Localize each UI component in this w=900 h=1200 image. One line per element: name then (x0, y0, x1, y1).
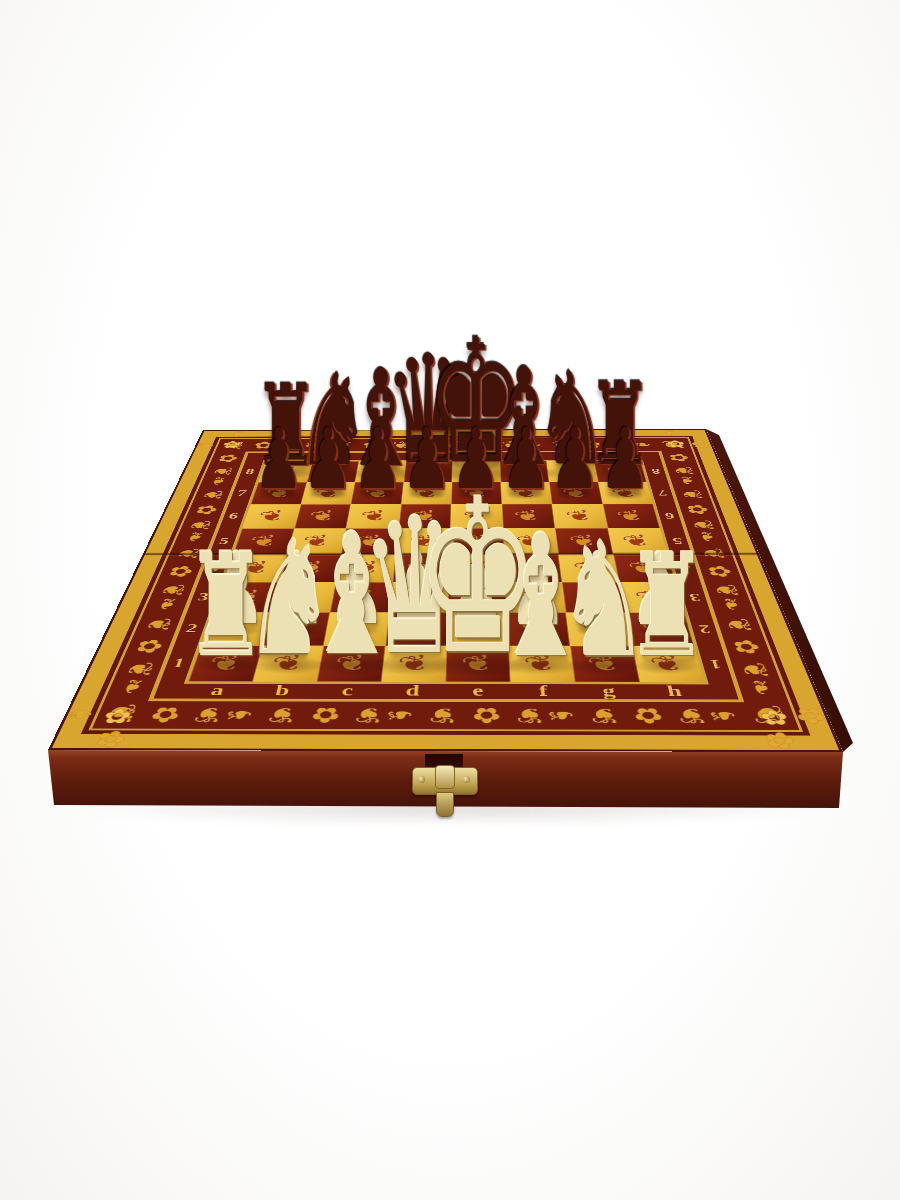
square-g2: ❦ (566, 613, 632, 646)
square-g6: ❦ (552, 504, 607, 528)
square-b5: ❦ (287, 528, 346, 554)
square-b2: ❦ (262, 612, 330, 645)
square-ornament-icon: ❦ (407, 532, 440, 550)
square-ornament-icon: ❦ (399, 617, 436, 640)
latch-tongue (436, 792, 454, 817)
square-ornament-icon: ❦ (461, 485, 492, 501)
square-ornament-icon: ❦ (333, 651, 370, 676)
square-ornament-icon: ❦ (509, 464, 540, 479)
file-label-g: g (575, 683, 643, 699)
square-ornament-icon: ❦ (625, 558, 663, 578)
square-b4: ❦ (279, 554, 341, 582)
file-label-c: c (314, 683, 381, 698)
square-ornament-icon: ❦ (646, 651, 690, 676)
square-d1: ❦ (381, 646, 447, 682)
square-a5: ❦ (233, 528, 294, 554)
chess-board-top: ❧ ❦ ✿ ❦❧ ❦ ✿ ❦❧ ❦ ✿ ❦❧ ❦ ✿ ❦❧ ❦ ✿ ❦❧ ❦ ✿… (48, 429, 843, 752)
square-e6: ❦ (450, 504, 502, 528)
square-ornament-icon: ❦ (410, 508, 441, 525)
square-c1: ❦ (317, 646, 385, 682)
square-ornament-icon: ❦ (511, 508, 544, 525)
square-a7: ❦ (251, 482, 307, 504)
square-c4: ❦ (336, 554, 396, 582)
square-ornament-icon: ❦ (459, 617, 497, 640)
corner-rosette-icon: ✿ (214, 438, 249, 450)
corner-rosette-icon: ✿ (659, 438, 693, 450)
square-f2: ❦ (507, 613, 570, 646)
square-h2: ❦ (625, 613, 694, 646)
square-e1: ❦ (445, 646, 510, 682)
square-ornament-icon: ❦ (570, 558, 607, 578)
square-e3: ❦ (448, 582, 507, 612)
square-ornament-icon: ❦ (405, 558, 439, 578)
square-b8: ❦ (307, 461, 359, 482)
square-ornament-icon: ❦ (518, 617, 557, 640)
square-g5: ❦ (555, 528, 613, 554)
square-a4: ❦ (223, 554, 287, 582)
square-ornament-icon: ❦ (320, 464, 348, 478)
square-ornament-icon: ❦ (363, 485, 392, 501)
file-label-e: e (445, 683, 511, 699)
square-ornament-icon: ❦ (367, 464, 395, 479)
square-ornament-icon: ❦ (265, 485, 293, 501)
file-label-b: b (248, 683, 316, 698)
square-ornament-icon: ❦ (350, 558, 383, 578)
square-b3: ❦ (271, 582, 336, 612)
square-f6: ❦ (502, 504, 555, 528)
square-ornament-icon: ❦ (460, 558, 495, 578)
square-ornament-icon: ❦ (619, 532, 656, 550)
square-ornament-icon: ❦ (608, 485, 642, 501)
square-ornament-icon: ❦ (460, 508, 492, 525)
square-ornament-icon: ❦ (414, 464, 443, 479)
square-a3: ❦ (213, 582, 280, 612)
square-ornament-icon: ❦ (574, 586, 613, 607)
square-d8: ❦ (403, 461, 452, 482)
latch-knob (435, 765, 455, 789)
square-h5: ❦ (607, 528, 667, 554)
square-e5: ❦ (450, 528, 504, 554)
square-g7: ❦ (549, 482, 602, 504)
scrollwork-border-top: ❧ ❦ ✿ ❦❧ ❦ ✿ ❦❧ ❦ ✿ ❦❧ ❦ ✿ ❦❧ ❦ ✿ ❦❧ ❦ ✿… (193, 438, 716, 451)
square-g1: ❦ (570, 646, 639, 682)
square-ornament-icon: ❦ (603, 464, 635, 479)
square-ornament-icon: ❦ (559, 485, 592, 501)
square-ornament-icon: ❦ (638, 617, 680, 640)
file-label-a: a (183, 683, 253, 698)
square-b1: ❦ (252, 645, 323, 681)
square-ornament-icon: ❦ (314, 485, 343, 501)
latch-screw-left (418, 776, 425, 783)
square-c7: ❦ (351, 482, 404, 504)
square-a8: ❦ (258, 461, 312, 482)
square-c8: ❦ (355, 461, 406, 482)
square-ornament-icon: ❦ (339, 617, 374, 640)
square-ornament-icon: ❦ (271, 651, 307, 676)
square-b6: ❦ (294, 504, 351, 528)
square-d6: ❦ (398, 504, 451, 528)
square-d4: ❦ (392, 554, 449, 582)
square-b7: ❦ (301, 482, 355, 504)
file-label-h: h (640, 683, 709, 699)
square-ornament-icon: ❦ (562, 508, 596, 525)
square-ornament-icon: ❦ (613, 508, 648, 525)
square-h6: ❦ (602, 504, 659, 528)
square-ornament-icon: ❦ (249, 532, 279, 550)
square-d5: ❦ (395, 528, 450, 554)
square-ornament-icon: ❦ (280, 617, 314, 640)
square-ornament-icon: ❦ (412, 485, 442, 501)
square-f3: ❦ (505, 582, 566, 612)
square-ornament-icon: ❦ (510, 485, 542, 501)
brass-latch (407, 752, 481, 820)
square-ornament-icon: ❦ (566, 532, 602, 550)
square-d7: ❦ (401, 482, 452, 504)
square-a6: ❦ (242, 504, 300, 528)
checkerboard-grid: ❦❦❦❦❦❦❦❦❦❦❦❦❦❦❦❦❦❦❦❦❦❦❦❦❦❦❦❦❦❦❦❦❦❦❦❦❦❦❦❦… (184, 460, 709, 685)
square-ornament-icon: ❦ (209, 651, 243, 676)
square-ornament-icon: ❦ (355, 532, 387, 550)
square-ornament-icon: ❦ (516, 586, 554, 607)
square-ornament-icon: ❦ (461, 464, 491, 479)
square-ornament-icon: ❦ (359, 508, 389, 525)
square-ornament-icon: ❦ (302, 532, 333, 550)
square-ornament-icon: ❦ (288, 586, 321, 607)
square-a1: ❦ (188, 645, 262, 681)
square-ornament-icon: ❦ (272, 464, 299, 478)
latch-screw-right (463, 776, 470, 783)
square-d2: ❦ (385, 612, 448, 645)
square-ornament-icon: ❦ (345, 586, 379, 607)
square-ornament-icon: ❦ (231, 586, 263, 607)
square-ornament-icon: ❦ (631, 587, 671, 608)
square-ornament-icon: ❦ (556, 464, 588, 479)
square-ornament-icon: ❦ (520, 651, 561, 676)
square-e2: ❦ (447, 612, 509, 645)
square-f5: ❦ (503, 528, 559, 554)
square-ornament-icon: ❦ (308, 508, 338, 525)
square-f7: ❦ (500, 482, 551, 504)
square-g4: ❦ (558, 554, 618, 582)
square-h1: ❦ (632, 646, 705, 682)
square-g8: ❦ (546, 461, 597, 482)
square-ornament-icon: ❦ (396, 651, 434, 676)
square-h7: ❦ (598, 482, 653, 504)
fold-seam (142, 552, 760, 556)
file-label-f: f (510, 683, 577, 699)
scrollwork-border-bottom: ❧ ❦ ✿ ❦❧ ❦ ✿ ❦❧ ❦ ✿ ❦❧ ❦ ✿ ❦❧ ❦ ✿ ❦❧ ❦ ✿… (59, 701, 834, 729)
square-f1: ❦ (508, 646, 574, 682)
square-e8: ❦ (452, 461, 501, 482)
square-d3: ❦ (389, 582, 449, 612)
square-ornament-icon: ❦ (578, 617, 619, 640)
square-c5: ❦ (341, 528, 398, 554)
square-ornament-icon: ❦ (241, 558, 272, 578)
square-c2: ❦ (324, 612, 389, 645)
square-ornament-icon: ❦ (402, 586, 437, 607)
square-c6: ❦ (346, 504, 401, 528)
coordinate-band: aabbccddeeffgghh1122334455667788 (203, 429, 706, 430)
square-ornament-icon: ❦ (513, 532, 548, 550)
square-e7: ❦ (451, 482, 501, 504)
square-f4: ❦ (504, 554, 562, 582)
square-ornament-icon: ❦ (460, 532, 494, 550)
chess-box-photo: ❧ ❦ ✿ ❦❧ ❦ ✿ ❦❧ ❦ ✿ ❦❧ ❦ ✿ ❦❧ ❦ ✿ ❦❧ ❦ ✿… (0, 0, 900, 1200)
square-ornament-icon: ❦ (458, 651, 498, 676)
square-ornament-icon: ❦ (295, 558, 327, 578)
square-f8: ❦ (499, 461, 549, 482)
square-h4: ❦ (613, 554, 676, 582)
square-a2: ❦ (201, 612, 271, 645)
square-h8: ❦ (593, 461, 646, 482)
square-g3: ❦ (562, 582, 625, 612)
file-label-d: d (379, 683, 445, 699)
square-e4: ❦ (449, 554, 506, 582)
square-ornament-icon: ❦ (514, 558, 550, 578)
square-ornament-icon: ❦ (459, 586, 495, 607)
square-c3: ❦ (330, 582, 392, 612)
square-ornament-icon: ❦ (583, 651, 626, 676)
square-ornament-icon: ❦ (221, 617, 254, 640)
square-ornament-icon: ❦ (258, 508, 287, 525)
square-h3: ❦ (619, 582, 685, 613)
